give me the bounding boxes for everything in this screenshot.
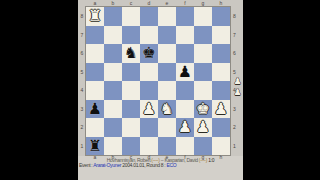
coord-label: 2	[79, 118, 85, 137]
white-player-rating: (----)	[151, 158, 159, 163]
square-e7[interactable]	[158, 26, 176, 45]
coord-label: 5	[79, 63, 85, 82]
coord-label: b	[104, 0, 122, 7]
square-g3[interactable]: ♚	[194, 100, 212, 119]
file-labels-top: abcdefgh	[86, 0, 230, 7]
chess-viewer-panel: abcdefgh abcdefgh 87654321 87654321 ♜♞♚♟…	[78, 0, 243, 180]
square-a5[interactable]	[86, 63, 104, 82]
square-f6[interactable]	[176, 44, 194, 63]
square-d3[interactable]: ♟	[140, 100, 158, 119]
black-player-rating: (----)	[199, 158, 207, 163]
left-black-bar	[0, 0, 78, 180]
coord-label: 1	[79, 137, 85, 156]
square-h5[interactable]	[212, 63, 230, 82]
square-h8[interactable]	[212, 7, 230, 26]
square-b4[interactable]	[104, 81, 122, 100]
square-d8[interactable]	[140, 7, 158, 26]
square-b2[interactable]	[104, 118, 122, 137]
coord-label: 2	[231, 118, 238, 137]
square-b7[interactable]	[104, 26, 122, 45]
square-f3[interactable]	[176, 100, 194, 119]
square-d5[interactable]	[140, 63, 158, 82]
square-g7[interactable]	[194, 26, 212, 45]
square-h7[interactable]	[212, 26, 230, 45]
coord-label: d	[140, 0, 158, 7]
black-rook: ♜	[88, 137, 102, 155]
square-g6[interactable]	[194, 44, 212, 63]
black-pawn: ♟	[88, 100, 102, 118]
event-line: Event : Ararat-Oyuner 2004.01.01, Round …	[78, 163, 244, 168]
square-a2[interactable]	[86, 118, 104, 137]
square-b8[interactable]	[104, 7, 122, 26]
coord-label: 6	[79, 44, 85, 63]
black-king: ♚	[142, 44, 156, 62]
coord-label: c	[122, 0, 140, 7]
square-g4[interactable]	[194, 81, 212, 100]
square-a6[interactable]	[86, 44, 104, 63]
square-e1[interactable]	[158, 137, 176, 156]
white-pawn: ♟	[196, 118, 210, 136]
eco-link[interactable]: ECO	[166, 163, 176, 168]
square-c5[interactable]	[122, 63, 140, 82]
square-a4[interactable]	[86, 81, 104, 100]
square-a8[interactable]: ♜	[86, 7, 104, 26]
coord-label: 6	[231, 44, 238, 63]
event-label: Event :	[79, 163, 92, 168]
coord-label: 3	[79, 100, 85, 119]
white-rook: ♜	[88, 7, 102, 25]
coord-label: 8	[231, 7, 238, 26]
coord-label: 1	[231, 137, 238, 156]
square-b3[interactable]	[104, 100, 122, 119]
square-g5[interactable]	[194, 63, 212, 82]
square-h1[interactable]	[212, 137, 230, 156]
square-h4[interactable]	[212, 81, 230, 100]
square-c2[interactable]	[122, 118, 140, 137]
square-g2[interactable]: ♟	[194, 118, 212, 137]
event-name-link[interactable]: Ararat-Oyuner	[93, 163, 121, 168]
white-pawn: ♟	[142, 100, 156, 118]
square-d1[interactable]	[140, 137, 158, 156]
square-f5[interactable]: ♟	[176, 63, 194, 82]
coord-label: 4	[79, 81, 85, 100]
square-e4[interactable]	[158, 81, 176, 100]
right-black-bar	[243, 0, 320, 180]
square-f2[interactable]: ♟	[176, 118, 194, 137]
square-b5[interactable]	[104, 63, 122, 82]
square-h3[interactable]: ♟	[212, 100, 230, 119]
coord-label: a	[86, 0, 104, 7]
square-d6[interactable]: ♚	[140, 44, 158, 63]
white-pawn: ♟	[214, 100, 228, 118]
black-player-name: Kasparian, David	[164, 158, 197, 163]
black-knight: ♞	[124, 44, 138, 62]
square-e2[interactable]	[158, 118, 176, 137]
game-result: 1:0	[208, 158, 214, 163]
square-c6[interactable]: ♞	[122, 44, 140, 63]
chess-board: ♜♞♚♟♟♟♞♚♟♟♟♜	[86, 7, 230, 155]
square-c7[interactable]	[122, 26, 140, 45]
square-d2[interactable]	[140, 118, 158, 137]
square-d4[interactable]	[140, 81, 158, 100]
square-e6[interactable]	[158, 44, 176, 63]
coord-label: h	[212, 0, 230, 7]
square-e8[interactable]	[158, 7, 176, 26]
square-a1[interactable]: ♜	[86, 137, 104, 156]
square-a7[interactable]	[86, 26, 104, 45]
material-advantage-tray: ♟♟	[232, 76, 243, 97]
white-pawn: ♟	[178, 118, 192, 136]
square-b6[interactable]	[104, 44, 122, 63]
white-player-name: Hovhannisyan, Robert	[107, 158, 150, 163]
square-e5[interactable]	[158, 63, 176, 82]
square-c8[interactable]	[122, 7, 140, 26]
square-g8[interactable]	[194, 7, 212, 26]
square-c1[interactable]	[122, 137, 140, 156]
square-a3[interactable]: ♟	[86, 100, 104, 119]
square-e3[interactable]: ♞	[158, 100, 176, 119]
square-b1[interactable]	[104, 137, 122, 156]
square-h6[interactable]	[212, 44, 230, 63]
square-c3[interactable]	[122, 100, 140, 119]
square-d7[interactable]	[140, 26, 158, 45]
square-h2[interactable]	[212, 118, 230, 137]
coord-label: 3	[231, 100, 238, 119]
square-f8[interactable]	[176, 7, 194, 26]
white-pawn-icon: ♟	[233, 76, 241, 87]
square-f7[interactable]	[176, 26, 194, 45]
coord-label: 7	[79, 26, 85, 45]
coord-label: e	[158, 0, 176, 7]
white-knight: ♞	[160, 100, 174, 118]
white-pawn-icon: ♟	[233, 87, 241, 98]
coord-label: 7	[231, 26, 238, 45]
event-detail: 2004.01.01, Round 8 :	[122, 163, 165, 168]
white-king: ♚	[196, 100, 210, 118]
square-f4[interactable]	[176, 81, 194, 100]
coord-label: f	[176, 0, 194, 7]
coord-label: g	[194, 0, 212, 7]
coord-label: 8	[79, 7, 85, 26]
black-pawn: ♟	[178, 63, 192, 81]
square-g1[interactable]	[194, 137, 212, 156]
rank-labels-left: 87654321	[79, 7, 85, 155]
square-c4[interactable]	[122, 81, 140, 100]
square-f1[interactable]	[176, 137, 194, 156]
players-separator: --	[161, 158, 164, 163]
game-header-line: Hovhannisyan, Robert (----) -- Kasparian…	[78, 158, 243, 163]
